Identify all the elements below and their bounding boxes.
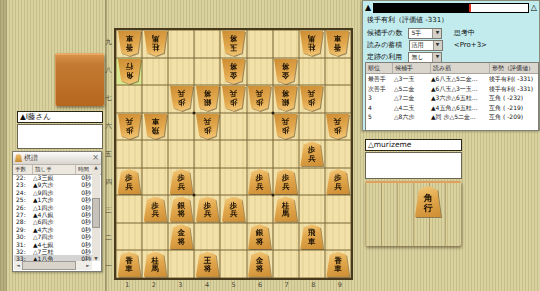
sente-piece[interactable]: 歩兵	[118, 114, 141, 139]
gote-piece[interactable]: 歩兵	[300, 141, 323, 166]
chevron-down-icon[interactable]: ▼	[432, 53, 441, 62]
evaluation-bar	[373, 3, 529, 13]
kifu-cell: △1四歩	[33, 204, 73, 211]
square-8五[interactable]: 歩兵	[299, 140, 325, 168]
kifu-cell: 26:	[14, 204, 33, 211]
gote-piece[interactable]: 歩兵	[118, 169, 141, 194]
square-4五[interactable]	[194, 140, 220, 168]
square-7三[interactable]: 桂馬	[273, 195, 299, 223]
candidate-cell: △5二金	[392, 84, 429, 94]
gote-piece[interactable]: 香車	[118, 252, 141, 277]
candidate-cell: 4	[366, 103, 392, 113]
square-6一[interactable]: 金将	[247, 250, 273, 278]
kifu-cell: 0秒	[73, 226, 92, 233]
scroll-right-icon[interactable]: ►	[84, 263, 92, 268]
rank-label: 一	[103, 252, 114, 280]
piece-face: 歩兵	[326, 169, 349, 194]
file-label: 7	[273, 281, 300, 290]
gote-piece[interactable]: 歩兵	[326, 169, 349, 194]
setting-label: 候補手の数	[367, 29, 402, 37]
file-label: 2	[141, 281, 168, 290]
square-4二[interactable]	[194, 223, 220, 251]
candidate-moves-table: 順位 候補手 読み筋 形勢（評価値） 最善手△3一玉▲6八玉△5二金...後手有…	[365, 62, 539, 131]
kifu-cell: △6四歩	[33, 218, 73, 225]
square-1三[interactable]	[116, 195, 142, 223]
shogi-board: 香車桂馬玉将桂馬香車角行金将金将歩兵銀将歩兵歩兵銀将歩兵歩兵飛車歩兵歩兵歩兵歩兵…	[114, 28, 353, 280]
sente-piece[interactable]: 桂馬	[300, 31, 323, 56]
sente-piece[interactable]: 桂馬	[144, 31, 167, 56]
square-1九[interactable]: 香車	[116, 30, 142, 58]
piece-face: 歩兵	[274, 114, 297, 139]
square-5八[interactable]: 金将	[220, 58, 246, 86]
scroll-up-icon[interactable]: ▲	[94, 165, 97, 170]
scroll-down-icon[interactable]: ▼	[94, 256, 97, 261]
square-3六[interactable]	[168, 113, 194, 141]
kifu-cell: 22:	[14, 174, 33, 181]
gote-piece[interactable]: 銀将	[170, 197, 193, 222]
kifu-cell: 29:	[14, 226, 33, 233]
rank-label: 四	[103, 168, 114, 196]
kifu-cell: △7三桂	[33, 248, 73, 255]
kifu-header-time[interactable]: 時間	[76, 165, 93, 174]
square-6二[interactable]: 銀将	[247, 223, 273, 251]
square-4六[interactable]: 歩兵	[194, 113, 220, 141]
square-3九[interactable]	[168, 30, 194, 58]
gote-name-box: △murizeme	[365, 139, 462, 151]
hoshi-dot	[271, 194, 274, 197]
piece-face: 歩兵	[144, 197, 167, 222]
square-2五[interactable]	[142, 140, 168, 168]
sente-piece[interactable]: 玉将	[222, 31, 245, 56]
piece-face: 飛車	[144, 114, 167, 139]
kifu-move-row[interactable]: 26:△1四歩0秒	[14, 204, 92, 211]
square-4七[interactable]: 銀将	[194, 85, 220, 113]
square-3一[interactable]	[168, 250, 194, 278]
square-1七[interactable]	[116, 85, 142, 113]
analysis-panel: ▲ △ 後手有利（評価値 -331） 候補手の数 5手 ▼ 思考中 読みの蓄積 …	[362, 0, 540, 131]
piece-face: 玉将	[222, 31, 245, 56]
square-1六[interactable]: 歩兵	[116, 113, 142, 141]
sente-piece-stand[interactable]	[55, 53, 104, 106]
rank-labels: 九八七六五四三二一	[103, 28, 114, 280]
square-7八[interactable]: 金将	[273, 58, 299, 86]
square-2六[interactable]: 飛車	[142, 113, 168, 141]
sente-piece[interactable]: 香車	[118, 31, 141, 56]
square-9八[interactable]	[325, 58, 351, 86]
kifu-cell: 0秒	[73, 233, 92, 240]
kifu-cell: 0秒	[73, 189, 92, 196]
gote-comment-box	[365, 152, 462, 179]
piece-face: 銀将	[248, 224, 271, 249]
square-4八[interactable]	[194, 58, 220, 86]
evaluation-bar-black-fill	[374, 4, 469, 12]
square-2九[interactable]: 桂馬	[142, 30, 168, 58]
gote-piece[interactable]: 桂馬	[144, 252, 167, 277]
sente-piece[interactable]: 歩兵	[170, 86, 193, 111]
file-label: 3	[167, 281, 194, 290]
square-4四[interactable]	[194, 168, 220, 196]
piece-face: 歩兵	[118, 169, 141, 194]
square-7五[interactable]	[273, 140, 299, 168]
kifu-cell: 23:	[14, 181, 33, 188]
square-8六[interactable]	[299, 113, 325, 141]
gote-piece[interactable]: 香車	[326, 252, 349, 277]
candidate-cell: 後手有利( -331)	[487, 84, 538, 94]
kifu-move-row[interactable]: 22:△3三銀0秒	[14, 174, 92, 181]
kifu-cell: ▲4七銀	[33, 241, 73, 248]
piece-face: 歩兵	[300, 86, 323, 111]
square-3五[interactable]	[168, 140, 194, 168]
candidate-row[interactable]: 次善手△5二金▲6八玉△3一玉...後手有利( -331)	[366, 84, 538, 94]
chevron-down-icon[interactable]: ▼	[432, 29, 441, 38]
rank-label: 九	[103, 28, 114, 56]
candidates-dropdown[interactable]: 5手 ▼	[408, 28, 442, 39]
hoshi-dot	[193, 194, 196, 197]
kifu-cell: ▲1六歩	[33, 196, 73, 203]
sente-piece[interactable]: 歩兵	[222, 86, 245, 111]
gote-piece[interactable]: 歩兵	[196, 197, 219, 222]
square-8一[interactable]	[299, 250, 325, 278]
kifu-cell: 0秒	[73, 241, 92, 248]
square-9三[interactable]	[325, 195, 351, 223]
kifu-header-moveno[interactable]: 手数	[13, 165, 33, 174]
square-1八[interactable]: 角行	[116, 58, 142, 86]
sente-symbol: ▲	[365, 3, 371, 13]
square-7七[interactable]: 銀将	[273, 85, 299, 113]
piece-face: 桂馬	[144, 31, 167, 56]
kifu-cell: △3三銀	[33, 174, 73, 181]
reading-dropdown[interactable]: 活用 ▼	[409, 40, 443, 51]
piece-face: 歩兵	[274, 169, 297, 194]
piece-face: 角行	[118, 59, 141, 84]
candidate-cell: 後手有利( -331)	[487, 74, 538, 84]
kifu-move-row[interactable]: 31:▲4七銀0秒	[14, 241, 92, 248]
gote-piece[interactable]: 金将	[170, 224, 193, 249]
table-header-row: 順位 候補手 読み筋 形勢（評価値）	[366, 63, 538, 74]
piece-face: 歩兵	[170, 169, 193, 194]
dropdown-value: 無し	[409, 53, 432, 62]
scroll-thumb[interactable]	[22, 261, 76, 270]
sente-piece[interactable]: 歩兵	[196, 114, 219, 139]
sente-piece[interactable]: 歩兵	[326, 114, 349, 139]
square-8八[interactable]	[299, 58, 325, 86]
kifu-window-title: 棋譜	[24, 153, 92, 163]
candidate-cell: ▲3六歩△6五桂...	[429, 93, 487, 103]
piece-face: 歩兵	[196, 197, 219, 222]
square-8二[interactable]: 飛車	[299, 223, 325, 251]
hoshi-dot	[271, 111, 274, 114]
square-9五[interactable]	[325, 140, 351, 168]
dropdown-value: 活用	[410, 41, 433, 50]
square-1四[interactable]: 歩兵	[116, 168, 142, 196]
piece-face: 歩兵	[222, 86, 245, 111]
square-8七[interactable]: 歩兵	[299, 85, 325, 113]
sente-piece[interactable]: 香車	[326, 31, 349, 56]
candidate-cell: 互角 ( -219)	[487, 103, 538, 113]
square-9六[interactable]: 歩兵	[325, 113, 351, 141]
piece-face: 歩兵	[118, 114, 141, 139]
file-label: 4	[194, 281, 221, 290]
square-3四[interactable]: 歩兵	[168, 168, 194, 196]
square-2四[interactable]	[142, 168, 168, 196]
kifu-title-bar[interactable]: 棋譜 ×	[13, 152, 101, 165]
sente-name-box: ▲I藤さん	[17, 111, 103, 123]
square-6七[interactable]: 歩兵	[247, 85, 273, 113]
file-label: 9	[327, 281, 354, 290]
setting-label: 読みの蓄積	[367, 41, 402, 49]
candidate-cell: ▲同 歩△5二金...	[429, 112, 487, 122]
candidate-row[interactable]: 最善手△3一玉▲6八玉△5二金...後手有利( -331)	[366, 74, 538, 84]
piece-face: 歩兵	[300, 141, 323, 166]
piece-face: 金将	[248, 252, 271, 277]
kifu-vertical-scrollbar[interactable]: ▲ ▼	[92, 165, 100, 261]
candidate-cell: ▲6八玉△3一玉...	[429, 84, 487, 94]
square-2三[interactable]: 歩兵	[142, 195, 168, 223]
kifu-cell: 0秒	[73, 211, 92, 218]
scroll-left-icon[interactable]: ◄	[14, 263, 22, 268]
square-4三[interactable]: 歩兵	[194, 195, 220, 223]
square-9七[interactable]	[325, 85, 351, 113]
kifu-move-row[interactable]: 27:▲4八銀0秒	[14, 211, 92, 218]
file-label: 5	[220, 281, 247, 290]
piece-face: 香車	[326, 31, 349, 56]
table-body: 最善手△3一玉▲6八玉△5二金...後手有利( -331)次善手△5二金▲6八玉…	[366, 74, 538, 122]
piece-face: 桂馬	[144, 252, 167, 277]
scroll-thumb[interactable]	[92, 198, 100, 228]
kifu-cell: 31:	[14, 241, 33, 248]
square-5一[interactable]	[220, 250, 246, 278]
hoshi-dot	[193, 111, 196, 114]
rank-label: 五	[103, 140, 114, 168]
square-6四[interactable]: 歩兵	[247, 168, 273, 196]
square-3七[interactable]: 歩兵	[168, 85, 194, 113]
piece-face: 金将	[222, 59, 245, 84]
piece-face: 歩兵	[248, 86, 271, 111]
square-8三[interactable]	[299, 195, 325, 223]
kifu-cell: 0秒	[73, 248, 92, 255]
piece-face: 銀将	[274, 86, 297, 111]
square-5九[interactable]: 玉将	[220, 30, 246, 58]
square-9九[interactable]: 香車	[325, 30, 351, 58]
chevron-down-icon[interactable]: ▼	[433, 41, 442, 50]
piece-face: 歩兵	[248, 169, 271, 194]
file-labels: 123456789	[114, 281, 353, 290]
square-2二[interactable]	[142, 223, 168, 251]
square-7二[interactable]	[273, 223, 299, 251]
sente-piece[interactable]: 銀将	[196, 86, 219, 111]
kifu-move-row[interactable]: 30:△7四歩0秒	[14, 233, 92, 240]
sente-piece[interactable]: 飛車	[144, 114, 167, 139]
piece-face: 金将	[170, 224, 193, 249]
piece-face: 歩兵	[222, 197, 245, 222]
engine-level: <Pro+3>	[454, 41, 487, 49]
gote-hand-piece[interactable]: 角行	[415, 186, 441, 217]
square-5四[interactable]	[220, 168, 246, 196]
square-6六[interactable]	[247, 113, 273, 141]
square-8四[interactable]	[299, 168, 325, 196]
thinking-status: 思考中	[454, 29, 475, 37]
rank-label: 七	[103, 84, 114, 112]
setting-label: 定跡の利用	[367, 53, 402, 61]
header-candidate[interactable]: 候補手	[393, 63, 431, 73]
kifu-cell: ▲4六歩	[33, 226, 73, 233]
kifu-move-list: 22:△3三銀0秒23:▲9六歩0秒24:△9四歩0秒25:▲1六歩0秒26:△…	[14, 174, 92, 261]
square-7六[interactable]: 歩兵	[273, 113, 299, 141]
candidate-cell: 互角 ( -209)	[487, 112, 538, 122]
tatami-edge	[0, 0, 7, 291]
evaluation-bar-row: ▲ △	[365, 3, 537, 13]
file-label: 8	[300, 281, 327, 290]
gote-piece-stand[interactable]: 角行	[365, 181, 461, 246]
square-6八[interactable]	[247, 58, 273, 86]
sente-piece[interactable]: 歩兵	[248, 86, 271, 111]
piece-face: 銀将	[196, 86, 219, 111]
candidate-cell: 互角 ( -232)	[487, 93, 538, 103]
gote-piece[interactable]: 銀将	[248, 224, 271, 249]
rank-label: 八	[103, 56, 114, 84]
square-5七[interactable]: 歩兵	[220, 85, 246, 113]
gote-piece[interactable]: 歩兵	[144, 197, 167, 222]
kifu-window: 棋譜 × 手数 指し手 時間 22:△3三銀0秒23:▲9六歩0秒24:△9四歩…	[12, 151, 102, 272]
evaluation-status: 後手有利（評価値 -331）	[367, 15, 448, 25]
candidate-row[interactable]: 5△8六歩▲同 歩△5二金...互角 ( -209)	[366, 112, 538, 122]
kifu-cell: 25:	[14, 196, 33, 203]
gote-piece[interactable]: 歩兵	[274, 169, 297, 194]
kifu-move-row[interactable]: 23:▲9六歩0秒	[14, 181, 92, 188]
candidate-cell: △3一玉	[392, 74, 429, 84]
square-5五[interactable]	[220, 140, 246, 168]
piece-face: 歩兵	[196, 114, 219, 139]
kifu-window-icon	[15, 154, 22, 162]
sente-comment-box	[17, 124, 103, 149]
kifu-cell: 0秒	[73, 218, 92, 225]
piece-face: 香車	[118, 31, 141, 56]
setting-reading: 読みの蓄積 活用 ▼ <Pro+3>	[367, 40, 487, 50]
gote-piece[interactable]: 桂馬	[274, 197, 297, 222]
kifu-cell: △7四歩	[33, 233, 73, 240]
candidate-cell: 最善手	[366, 74, 392, 84]
header-pv[interactable]: 読み筋	[431, 63, 490, 73]
square-9二[interactable]	[325, 223, 351, 251]
square-9四[interactable]: 歩兵	[325, 168, 351, 196]
setting-joseki: 定跡の利用 無し ▼	[367, 52, 442, 62]
gote-piece[interactable]: 歩兵	[170, 169, 193, 194]
square-3二[interactable]: 金将	[168, 223, 194, 251]
candidate-cell: △4二玉	[392, 103, 429, 113]
gote-piece[interactable]: 飛車	[300, 224, 323, 249]
square-9一[interactable]: 香車	[325, 250, 351, 278]
kifu-cell: 0秒	[73, 204, 92, 211]
kifu-cell: ▲4八銀	[33, 211, 73, 218]
gote-piece[interactable]: 歩兵	[222, 197, 245, 222]
square-1一[interactable]: 香車	[116, 250, 142, 278]
sente-piece[interactable]: 金将	[274, 59, 297, 84]
candidate-row[interactable]: 3△7二金▲3六歩△6五桂...互角 ( -232)	[366, 93, 538, 103]
candidate-cell: 次善手	[366, 84, 392, 94]
header-rank[interactable]: 順位	[366, 63, 393, 73]
square-6九[interactable]	[247, 30, 273, 58]
piece-face: 金将	[274, 59, 297, 84]
gote-piece[interactable]: 金将	[248, 252, 271, 277]
gote-piece[interactable]: 王将	[196, 252, 219, 277]
piece-face: 銀将	[170, 197, 193, 222]
close-icon[interactable]: ×	[92, 154, 99, 162]
rank-label: 六	[103, 112, 114, 140]
square-2七[interactable]	[142, 85, 168, 113]
kifu-header-move[interactable]: 指し手	[33, 165, 76, 174]
piece-face: 角行	[415, 186, 441, 217]
rank-label: 二	[103, 224, 114, 252]
square-3三[interactable]: 銀将	[168, 195, 194, 223]
header-eval[interactable]: 形勢（評価値）	[490, 63, 538, 73]
sente-piece[interactable]: 歩兵	[274, 114, 297, 139]
candidate-cell: ▲4五角△6五桂...	[429, 103, 487, 113]
sente-piece[interactable]: 銀将	[274, 86, 297, 111]
square-8九[interactable]: 桂馬	[299, 30, 325, 58]
square-5二[interactable]	[220, 223, 246, 251]
kifu-move-row[interactable]: 28:△6四歩0秒	[14, 218, 92, 225]
kifu-horizontal-scrollbar[interactable]: ◄ ►	[14, 261, 92, 270]
square-4一[interactable]: 王将	[194, 250, 220, 278]
candidate-cell: △8六歩	[392, 112, 429, 122]
candidate-cell: ▲6八玉△5二金...	[429, 74, 487, 84]
kifu-cell: 28:	[14, 218, 33, 225]
square-3八[interactable]	[168, 58, 194, 86]
candidate-row[interactable]: 4△4二玉▲4五角△6五桂...互角 ( -219)	[366, 103, 538, 113]
piece-face: 桂馬	[274, 197, 297, 222]
kifu-cell: △9四歩	[33, 189, 73, 196]
gote-symbol: △	[531, 3, 537, 13]
sente-piece[interactable]: 歩兵	[300, 86, 323, 111]
square-5六[interactable]	[220, 113, 246, 141]
square-1二[interactable]	[116, 223, 142, 251]
kifu-move-row[interactable]: 29:▲4六歩0秒	[14, 226, 92, 233]
kifu-cell: ▲9六歩	[33, 181, 73, 188]
kifu-cell: 0秒	[73, 196, 92, 203]
square-6五[interactable]	[247, 140, 273, 168]
square-7四[interactable]: 歩兵	[273, 168, 299, 196]
kifu-cell: 32:	[14, 248, 33, 255]
gote-piece[interactable]: 歩兵	[248, 169, 271, 194]
kifu-cell: 24:	[14, 189, 33, 196]
square-7九[interactable]	[273, 30, 299, 58]
square-7一[interactable]	[273, 250, 299, 278]
sente-piece[interactable]: 金将	[222, 59, 245, 84]
square-2八[interactable]	[142, 58, 168, 86]
piece-face: 香車	[326, 252, 349, 277]
setting-candidates: 候補手の数 5手 ▼ 思考中	[367, 28, 475, 38]
kifu-move-row[interactable]: 25:▲1六歩0秒	[14, 196, 92, 203]
square-6三[interactable]	[247, 195, 273, 223]
piece-face: 歩兵	[170, 86, 193, 111]
square-1五[interactable]	[116, 140, 142, 168]
sente-piece[interactable]: 角行	[118, 59, 141, 84]
file-label: 6	[247, 281, 274, 290]
kifu-cell: 30:	[14, 233, 33, 240]
file-label: 1	[114, 281, 141, 290]
square-5三[interactable]: 歩兵	[220, 195, 246, 223]
square-2一[interactable]: 桂馬	[142, 250, 168, 278]
dropdown-value: 5手	[409, 29, 432, 38]
candidate-cell: 3	[366, 93, 392, 103]
candidate-cell: △7二金	[392, 93, 429, 103]
kifu-move-row[interactable]: 32:△7三桂0秒	[14, 248, 92, 255]
kifu-move-row[interactable]: 24:△9四歩0秒	[14, 189, 92, 196]
evaluation-bar-marker	[469, 4, 471, 12]
piece-face: 王将	[196, 252, 219, 277]
shogi-app: { "game": { "name": "shogi", "to_move": …	[0, 0, 540, 291]
square-4九[interactable]	[194, 30, 220, 58]
